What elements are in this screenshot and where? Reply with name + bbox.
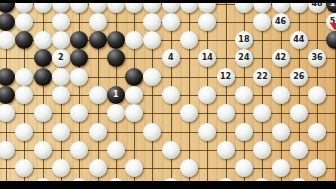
stone-white	[290, 104, 308, 122]
stone-white	[15, 13, 33, 31]
stone-white	[198, 3, 216, 13]
stone-white-move-26: 26	[290, 68, 308, 86]
move-number-label: 2	[58, 54, 64, 62]
move-number-label: 18	[238, 36, 249, 44]
go-app-screen: 48194650184424142442361222261	[0, 0, 336, 189]
stone-white	[272, 86, 290, 104]
stone-white	[272, 3, 290, 13]
stone-white-move-44: 44	[290, 31, 308, 49]
stone-white	[70, 104, 88, 122]
stone-white	[253, 141, 271, 159]
stone-black-move-19: 19	[326, 3, 336, 13]
stone-white	[235, 159, 253, 177]
stone-white	[52, 86, 70, 104]
stone-white	[290, 141, 308, 159]
move-number-label: 44	[293, 36, 304, 44]
stone-white	[198, 86, 216, 104]
stone-white	[15, 123, 33, 141]
stone-white	[272, 159, 290, 177]
stone-black	[15, 31, 33, 49]
move-number-label: 26	[293, 73, 304, 81]
stone-white	[198, 123, 216, 141]
move-number-label: 36	[312, 54, 323, 62]
stone-black	[89, 31, 107, 49]
stone-black	[107, 49, 125, 67]
stone-black-move-1: 1	[107, 86, 125, 104]
stone-white	[107, 3, 125, 13]
stone-white	[107, 141, 125, 159]
move-number-label: 12	[220, 73, 231, 81]
stone-white	[89, 13, 107, 31]
stone-white	[235, 3, 253, 13]
stone-white	[217, 104, 235, 122]
stone-white	[143, 123, 161, 141]
stone-black	[0, 13, 15, 31]
stone-white	[235, 86, 253, 104]
stone-black	[70, 31, 88, 49]
move-number-label: 19	[330, 3, 336, 8]
letterbox-bar-top	[0, 0, 336, 3]
letterbox-bar-bottom	[0, 181, 336, 189]
stone-white	[180, 3, 198, 13]
stone-white	[0, 104, 15, 122]
stone-white	[70, 141, 88, 159]
stone-white	[107, 104, 125, 122]
stone-white	[52, 13, 70, 31]
stone-white	[15, 3, 33, 13]
stone-black	[326, 31, 336, 49]
grid-line-vertical	[189, 3, 190, 181]
stone-white-move-48: 48	[308, 3, 326, 13]
stone-white	[125, 3, 143, 13]
stone-white	[162, 141, 180, 159]
stone-white	[180, 31, 198, 49]
stone-white-move-2: 2	[52, 49, 70, 67]
stone-white	[143, 31, 161, 49]
stone-white	[34, 141, 52, 159]
stone-black	[125, 68, 143, 86]
stone-white	[70, 68, 88, 86]
stone-white-move-18: 18	[235, 31, 253, 49]
stone-white	[162, 13, 180, 31]
stone-white-move-24: 24	[235, 49, 253, 67]
stone-white	[52, 68, 70, 86]
last-move-red-triangle-marker	[330, 23, 336, 30]
stone-white	[308, 123, 326, 141]
stone-black	[0, 3, 15, 13]
move-number-label: 24	[238, 54, 249, 62]
stone-white	[253, 3, 271, 13]
stone-black	[107, 31, 125, 49]
move-number-label: 4	[168, 54, 174, 62]
stone-white	[290, 3, 308, 13]
stone-white	[34, 31, 52, 49]
stone-white	[52, 31, 70, 49]
stone-white	[253, 13, 271, 31]
stone-white	[235, 123, 253, 141]
move-number-label: 46	[275, 18, 286, 26]
stone-white	[34, 3, 52, 13]
stone-white-move-4: 4	[162, 49, 180, 67]
stone-black	[34, 49, 52, 67]
stone-white	[217, 141, 235, 159]
move-number-label: 14	[202, 54, 213, 62]
stone-white	[180, 159, 198, 177]
stone-white	[15, 86, 33, 104]
stone-white	[52, 159, 70, 177]
stone-white	[52, 123, 70, 141]
stone-white-move-46: 46	[272, 13, 290, 31]
stone-black	[70, 49, 88, 67]
stone-white	[162, 86, 180, 104]
stone-white	[162, 3, 180, 13]
stone-white	[89, 3, 107, 13]
stone-white-move-22: 22	[253, 68, 271, 86]
stone-white-move-36: 36	[308, 49, 326, 67]
stone-black	[34, 68, 52, 86]
stone-white	[253, 104, 271, 122]
stone-white-move-14: 14	[198, 49, 216, 67]
stone-white	[15, 68, 33, 86]
stone-white	[125, 86, 143, 104]
stone-white-move-42: 42	[272, 49, 290, 67]
stone-white	[0, 31, 15, 49]
move-number-label: 48	[312, 3, 323, 8]
stone-white	[308, 159, 326, 177]
stone-white	[89, 159, 107, 177]
stone-black	[0, 86, 15, 104]
move-number-label: 1	[113, 91, 119, 99]
stone-white	[143, 68, 161, 86]
stone-white	[15, 159, 33, 177]
stone-white	[198, 13, 216, 31]
move-number-label: 22	[257, 73, 268, 81]
stone-white	[125, 104, 143, 122]
stone-white	[143, 3, 161, 13]
stone-white	[143, 13, 161, 31]
move-number-label: 42	[275, 54, 286, 62]
stone-white	[52, 3, 70, 13]
stone-white	[0, 141, 15, 159]
stone-white	[180, 104, 198, 122]
stone-white	[272, 123, 290, 141]
stone-white	[89, 123, 107, 141]
stone-white	[89, 86, 107, 104]
stone-white-move-12: 12	[217, 68, 235, 86]
stone-white	[308, 86, 326, 104]
stone-white	[34, 104, 52, 122]
go-board[interactable]: 48194650184424142442361222261	[0, 3, 336, 181]
stone-white	[70, 3, 88, 13]
stone-white	[125, 31, 143, 49]
stone-white	[125, 159, 143, 177]
stone-black	[0, 68, 15, 86]
